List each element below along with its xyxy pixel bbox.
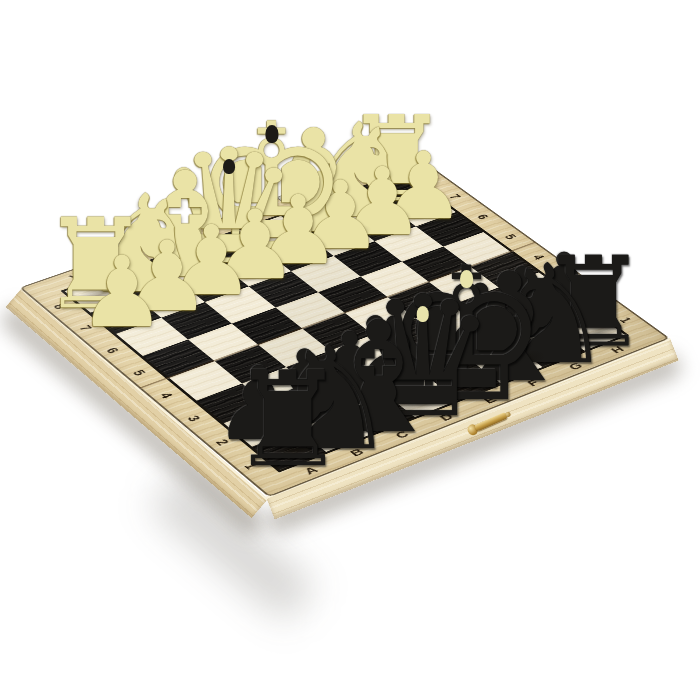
chess-board: 87654321 87654321 ABCDEFGH ABCDEFGH — [19, 152, 670, 497]
board-perspective-wrapper: 87654321 87654321 ABCDEFGH ABCDEFGH — [96, 64, 594, 562]
chess-set-photo: 87654321 87654321 ABCDEFGH ABCDEFGH ♜♞♝♛… — [0, 0, 700, 700]
playing-field — [60, 171, 629, 472]
board-grid — [65, 173, 625, 469]
